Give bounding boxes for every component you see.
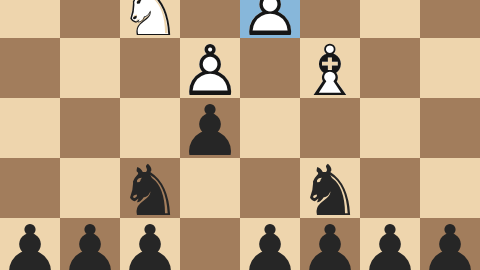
square-e7[interactable] [180, 218, 240, 270]
square-h7[interactable]: ♟ [0, 218, 60, 270]
piece-glyph-fill: ♞ [120, 161, 180, 221]
square-d7[interactable]: ♟ [240, 218, 300, 270]
black-pawn-h7[interactable]: ♟ [0, 218, 60, 270]
square-a5[interactable] [420, 98, 480, 158]
square-h6[interactable] [0, 158, 60, 218]
square-f3[interactable]: ♞♘ [120, 0, 180, 38]
square-a4[interactable] [420, 38, 480, 98]
white-pawn-d3[interactable]: ♟♙ [240, 0, 300, 38]
square-g3[interactable] [60, 0, 120, 38]
square-e3[interactable] [180, 0, 240, 38]
square-h4[interactable] [0, 38, 60, 98]
square-c4[interactable]: ♝♗ [300, 38, 360, 98]
square-f4[interactable] [120, 38, 180, 98]
white-pawn-e4[interactable]: ♟♙ [180, 38, 240, 98]
square-c5[interactable] [300, 98, 360, 158]
black-pawn-d7[interactable]: ♟ [240, 218, 300, 270]
square-d4[interactable] [240, 38, 300, 98]
piece-glyph-fill: ♟ [180, 101, 240, 161]
square-d6[interactable] [240, 158, 300, 218]
piece-glyph-outline: ♗ [300, 41, 360, 101]
square-b5[interactable] [360, 98, 420, 158]
square-d3[interactable]: ♟♙ [240, 0, 300, 38]
piece-glyph-fill: ♞ [300, 161, 360, 221]
black-pawn-b7[interactable]: ♟ [360, 218, 420, 270]
piece-glyph-fill: ♟ [240, 0, 300, 41]
chess-board: ♞♘♟♙♟♙♝♗♟♞♞♟♟♟♟♟♟♟ [0, 0, 480, 270]
square-e6[interactable] [180, 158, 240, 218]
black-pawn-g7[interactable]: ♟ [60, 218, 120, 270]
black-pawn-e5[interactable]: ♟ [180, 98, 240, 158]
black-pawn-a7[interactable]: ♟ [420, 218, 480, 270]
piece-glyph-outline: ♙ [240, 0, 300, 41]
piece-glyph-fill: ♞ [120, 0, 180, 41]
square-g5[interactable] [60, 98, 120, 158]
black-pawn-c7[interactable]: ♟ [300, 218, 360, 270]
square-d5[interactable] [240, 98, 300, 158]
square-b3[interactable] [360, 0, 420, 38]
square-b6[interactable] [360, 158, 420, 218]
piece-glyph-fill: ♟ [420, 221, 480, 270]
board-viewport: ♞♘♟♙♟♙♝♗♟♞♞♟♟♟♟♟♟♟ [0, 0, 480, 270]
square-f7[interactable]: ♟ [120, 218, 180, 270]
square-a7[interactable]: ♟ [420, 218, 480, 270]
piece-glyph-fill: ♟ [180, 41, 240, 101]
square-a6[interactable] [420, 158, 480, 218]
square-h5[interactable] [0, 98, 60, 158]
piece-glyph-fill: ♟ [0, 221, 60, 270]
square-c7[interactable]: ♟ [300, 218, 360, 270]
square-c3[interactable] [300, 0, 360, 38]
white-knight-f3[interactable]: ♞♘ [120, 0, 180, 38]
black-pawn-f7[interactable]: ♟ [120, 218, 180, 270]
piece-glyph-outline: ♘ [120, 0, 180, 41]
piece-glyph-fill: ♟ [240, 221, 300, 270]
square-f5[interactable] [120, 98, 180, 158]
piece-glyph-outline: ♙ [180, 41, 240, 101]
square-b7[interactable]: ♟ [360, 218, 420, 270]
square-f6[interactable]: ♞ [120, 158, 180, 218]
black-knight-f6[interactable]: ♞ [120, 158, 180, 218]
piece-glyph-fill: ♟ [300, 221, 360, 270]
piece-glyph-fill: ♟ [360, 221, 420, 270]
piece-glyph-fill: ♟ [120, 221, 180, 270]
square-b4[interactable] [360, 38, 420, 98]
square-g4[interactable] [60, 38, 120, 98]
square-h3[interactable] [0, 0, 60, 38]
white-bishop-c4[interactable]: ♝♗ [300, 38, 360, 98]
square-g7[interactable]: ♟ [60, 218, 120, 270]
piece-glyph-fill: ♟ [60, 221, 120, 270]
square-e5[interactable]: ♟ [180, 98, 240, 158]
square-a3[interactable] [420, 0, 480, 38]
square-e4[interactable]: ♟♙ [180, 38, 240, 98]
square-c6[interactable]: ♞ [300, 158, 360, 218]
piece-glyph-fill: ♝ [300, 41, 360, 101]
square-g6[interactable] [60, 158, 120, 218]
black-knight-c6[interactable]: ♞ [300, 158, 360, 218]
